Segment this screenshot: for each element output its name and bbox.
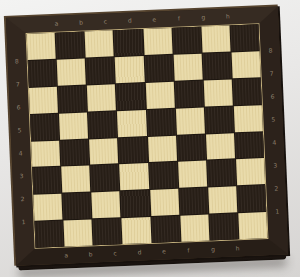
square-f4[interactable] [177, 134, 206, 161]
file-label: c [93, 16, 118, 27]
rank-label: 7 [12, 72, 23, 95]
photo-background: abcdefgh abcdefgh 87654321 87654321 [0, 0, 300, 277]
square-h7[interactable] [231, 51, 260, 78]
square-h2[interactable] [237, 185, 266, 212]
square-a1[interactable] [34, 221, 63, 248]
square-h8[interactable] [230, 24, 259, 51]
file-label: g [191, 12, 216, 23]
square-d3[interactable] [120, 163, 149, 190]
file-label: a [44, 18, 69, 29]
file-label: c [103, 248, 128, 259]
square-g5[interactable] [205, 106, 234, 133]
square-a2[interactable] [33, 194, 62, 221]
square-d6[interactable] [116, 83, 145, 110]
square-e7[interactable] [144, 55, 173, 82]
square-e1[interactable] [151, 216, 180, 243]
square-b6[interactable] [58, 85, 87, 112]
square-f6[interactable] [174, 80, 203, 107]
file-label: d [127, 247, 152, 258]
square-c6[interactable] [87, 84, 116, 111]
file-label: b [68, 17, 93, 28]
chess-board: abcdefgh abcdefgh 87654321 87654321 [6, 6, 288, 265]
square-b8[interactable] [56, 32, 85, 59]
square-b7[interactable] [57, 58, 86, 85]
square-e5[interactable] [146, 108, 175, 135]
file-label: h [215, 11, 240, 22]
file-label: f [176, 245, 201, 256]
square-h1[interactable] [238, 212, 267, 239]
square-b4[interactable] [60, 139, 89, 166]
square-e2[interactable] [150, 189, 179, 216]
rank-labels-right: 87654321 [265, 39, 283, 223]
rank-label: 1 [18, 210, 29, 233]
square-h3[interactable] [236, 158, 265, 185]
square-b3[interactable] [61, 166, 90, 193]
square-b5[interactable] [59, 112, 88, 139]
file-label: f [166, 13, 191, 24]
square-e8[interactable] [143, 28, 172, 55]
board-frame: abcdefgh abcdefgh 87654321 87654321 [6, 6, 288, 265]
rank-label: 3 [16, 164, 27, 187]
square-c5[interactable] [88, 111, 117, 138]
rank-label: 4 [15, 141, 26, 164]
square-g2[interactable] [208, 187, 237, 214]
rank-label: 8 [11, 49, 22, 72]
square-h5[interactable] [234, 105, 263, 132]
rank-label: 6 [267, 85, 278, 108]
rank-label: 8 [265, 39, 276, 62]
rank-label: 5 [14, 118, 25, 141]
rank-labels-left: 87654321 [11, 49, 29, 233]
file-label: b [78, 249, 103, 260]
square-b1[interactable] [64, 220, 93, 247]
square-d5[interactable] [117, 110, 146, 137]
rank-label: 7 [266, 62, 277, 85]
square-c4[interactable] [89, 138, 118, 165]
square-a4[interactable] [31, 140, 60, 167]
square-d2[interactable] [121, 190, 150, 217]
square-h6[interactable] [233, 78, 262, 105]
square-g1[interactable] [209, 213, 238, 240]
square-h4[interactable] [235, 132, 264, 159]
square-c8[interactable] [85, 30, 114, 57]
square-f5[interactable] [175, 107, 204, 134]
square-c2[interactable] [92, 191, 121, 218]
square-a8[interactable] [27, 33, 56, 60]
square-f1[interactable] [180, 215, 209, 242]
square-b2[interactable] [62, 193, 91, 220]
rank-label: 2 [17, 187, 28, 210]
board-grid [27, 24, 268, 248]
rank-label: 1 [272, 199, 283, 222]
file-label: e [142, 14, 167, 25]
square-c3[interactable] [90, 165, 119, 192]
square-f2[interactable] [179, 188, 208, 215]
file-label: d [117, 15, 142, 26]
rank-label: 3 [270, 153, 281, 176]
file-label: g [201, 244, 226, 255]
square-g3[interactable] [207, 160, 236, 187]
square-f7[interactable] [173, 54, 202, 81]
square-c7[interactable] [86, 57, 115, 84]
square-d8[interactable] [114, 29, 143, 56]
square-g7[interactable] [202, 52, 231, 79]
stringing-line [26, 23, 269, 249]
square-e3[interactable] [149, 162, 178, 189]
rank-label: 2 [271, 176, 282, 199]
file-label: a [54, 250, 79, 261]
square-e4[interactable] [148, 135, 177, 162]
square-g6[interactable] [203, 79, 232, 106]
square-f8[interactable] [172, 27, 201, 54]
square-d7[interactable] [115, 56, 144, 83]
rank-label: 6 [13, 95, 24, 118]
square-c1[interactable] [93, 218, 122, 245]
rank-label: 5 [268, 107, 279, 130]
file-label: e [152, 246, 177, 257]
square-a6[interactable] [29, 86, 58, 113]
square-a7[interactable] [28, 60, 57, 87]
square-g4[interactable] [206, 133, 235, 160]
rank-label: 4 [269, 130, 280, 153]
square-a5[interactable] [30, 113, 59, 140]
square-e6[interactable] [145, 82, 174, 109]
square-g8[interactable] [201, 25, 230, 52]
square-d4[interactable] [118, 137, 147, 164]
square-d1[interactable] [122, 217, 151, 244]
square-f3[interactable] [178, 161, 207, 188]
file-label: h [225, 243, 250, 254]
square-a3[interactable] [32, 167, 61, 194]
